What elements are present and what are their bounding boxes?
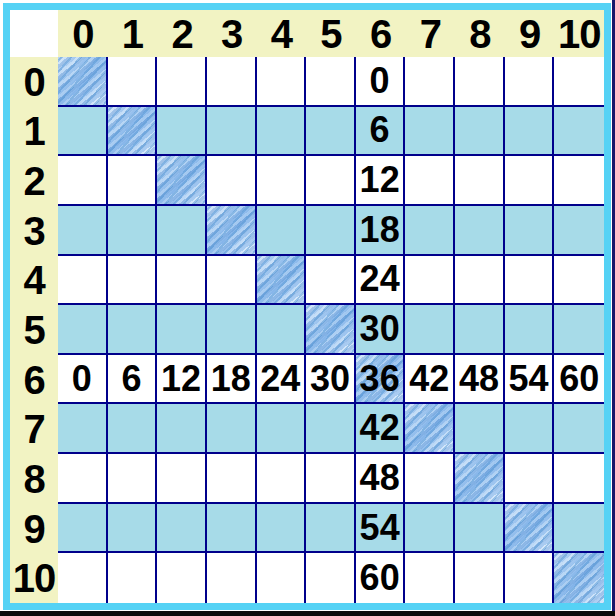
cell-r9-c7	[405, 504, 455, 554]
cell-r2-c8	[455, 156, 505, 206]
row-header-6: 6	[10, 355, 58, 405]
diagonal-scribble-cell-r2-c2	[157, 156, 207, 206]
cell-r3-c10	[554, 206, 604, 256]
diagonal-scribble-cell-r1-c1	[108, 107, 158, 157]
col-header-2: 2	[157, 10, 207, 57]
cell-r5-c6: 30	[356, 305, 406, 355]
cell-r6-c2: 12	[157, 355, 207, 405]
cell-r0-c5	[306, 57, 356, 107]
cell-r7-c10	[554, 404, 604, 454]
cell-r2-c7	[405, 156, 455, 206]
table-frame: 0123456789100016212318424530606121824303…	[3, 3, 611, 610]
cell-r7-c6: 42	[356, 404, 406, 454]
cell-r4-c6: 24	[356, 256, 406, 306]
cell-r3-c8	[455, 206, 505, 256]
row-header-1: 1	[10, 107, 58, 157]
diagonal-scribble-cell-r3-c3	[207, 206, 257, 256]
cell-r2-c9	[505, 156, 555, 206]
diagonal-scribble-cell-r10-c10	[554, 553, 604, 603]
cell-r1-c5	[306, 107, 356, 157]
cell-r2-c4	[257, 156, 307, 206]
cell-r9-c6: 54	[356, 504, 406, 554]
cell-r0-c6: 0	[356, 57, 406, 107]
diagonal-scribble-cell-r9-c9	[505, 504, 555, 554]
cell-r9-c3	[207, 504, 257, 554]
cell-r10-c9	[505, 553, 555, 603]
col-header-9: 9	[505, 10, 555, 57]
cell-r10-c7	[405, 553, 455, 603]
row-header-4: 4	[10, 256, 58, 306]
cell-r3-c5	[306, 206, 356, 256]
cell-r0-c3	[207, 57, 257, 107]
cell-r8-c0	[58, 454, 108, 504]
bottom-edge-bar	[0, 611, 615, 616]
cell-r7-c8	[455, 404, 505, 454]
cell-r3-c7	[405, 206, 455, 256]
cell-r1-c0	[58, 107, 108, 157]
cell-r3-c9	[505, 206, 555, 256]
cell-r5-c10	[554, 305, 604, 355]
row-header-5: 5	[10, 305, 58, 355]
cell-r0-c8	[455, 57, 505, 107]
diagonal-scribble-cell-r0-c0	[58, 57, 108, 107]
cell-r5-c9	[505, 305, 555, 355]
cell-r7-c4	[257, 404, 307, 454]
cell-r8-c3	[207, 454, 257, 504]
col-header-1: 1	[108, 10, 158, 57]
cell-r5-c1	[108, 305, 158, 355]
cell-r4-c3	[207, 256, 257, 306]
cell-r6-c1: 6	[108, 355, 158, 405]
cell-r7-c1	[108, 404, 158, 454]
cell-r7-c5	[306, 404, 356, 454]
row-header-10: 10	[10, 553, 58, 603]
cell-r3-c4	[257, 206, 307, 256]
col-header-7: 7	[405, 10, 455, 57]
row-header-3: 3	[10, 206, 58, 256]
cell-r4-c8	[455, 256, 505, 306]
cell-r4-c9	[505, 256, 555, 306]
cell-r9-c0	[58, 504, 108, 554]
cell-r0-c1	[108, 57, 158, 107]
diagonal-scribble-cell-r7-c7	[405, 404, 455, 454]
row-header-2: 2	[10, 156, 58, 206]
cell-r1-c2	[157, 107, 207, 157]
cell-r5-c2	[157, 305, 207, 355]
cell-r10-c3	[207, 553, 257, 603]
multiplication-grid: 0123456789100016212318424530606121824303…	[10, 10, 604, 603]
cell-r6-c4: 24	[257, 355, 307, 405]
cell-r10-c4	[257, 553, 307, 603]
row-header-7: 7	[10, 404, 58, 454]
cell-r9-c5	[306, 504, 356, 554]
cell-r5-c3	[207, 305, 257, 355]
cell-r6-c8: 48	[455, 355, 505, 405]
cell-r2-c1	[108, 156, 158, 206]
cell-r2-c5	[306, 156, 356, 206]
col-header-5: 5	[306, 10, 356, 57]
cell-r2-c6: 12	[356, 156, 406, 206]
diagonal-scribble-cell-r8-c8	[455, 454, 505, 504]
cell-r8-c4	[257, 454, 307, 504]
cell-r3-c6: 18	[356, 206, 406, 256]
col-header-4: 4	[257, 10, 307, 57]
corner-cell	[10, 10, 58, 57]
cell-r10-c1	[108, 553, 158, 603]
cell-r9-c2	[157, 504, 207, 554]
cell-r8-c6: 48	[356, 454, 406, 504]
cell-r1-c3	[207, 107, 257, 157]
diagonal-scribble-cell-r5-c5	[306, 305, 356, 355]
cell-r5-c0	[58, 305, 108, 355]
cell-r8-c9	[505, 454, 555, 504]
cell-r2-c0	[58, 156, 108, 206]
cell-r7-c0	[58, 404, 108, 454]
col-header-3: 3	[207, 10, 257, 57]
cell-r6-c7: 42	[405, 355, 455, 405]
diagonal-scribble-cell-r6-c6: 36	[356, 355, 406, 405]
cell-r10-c2	[157, 553, 207, 603]
cell-r7-c3	[207, 404, 257, 454]
cell-r1-c10	[554, 107, 604, 157]
col-header-0: 0	[58, 10, 108, 57]
cell-r8-c5	[306, 454, 356, 504]
cell-r7-c9	[505, 404, 555, 454]
cell-r4-c0	[58, 256, 108, 306]
cell-r0-c2	[157, 57, 207, 107]
cell-r0-c4	[257, 57, 307, 107]
cell-r1-c7	[405, 107, 455, 157]
cell-r4-c2	[157, 256, 207, 306]
cell-r5-c7	[405, 305, 455, 355]
cell-r4-c7	[405, 256, 455, 306]
cell-r6-c0: 0	[58, 355, 108, 405]
cell-r6-c9: 54	[505, 355, 555, 405]
cell-r0-c9	[505, 57, 555, 107]
cell-r2-c3	[207, 156, 257, 206]
cell-r1-c4	[257, 107, 307, 157]
cell-r10-c0	[58, 553, 108, 603]
cell-r5-c4	[257, 305, 307, 355]
cell-r9-c1	[108, 504, 158, 554]
cell-r9-c4	[257, 504, 307, 554]
row-header-0: 0	[10, 57, 58, 107]
cell-r1-c9	[505, 107, 555, 157]
cell-r8-c1	[108, 454, 158, 504]
cell-r9-c10	[554, 504, 604, 554]
col-header-10: 10	[554, 10, 604, 57]
cell-r5-c8	[455, 305, 505, 355]
cell-r0-c7	[405, 57, 455, 107]
col-header-6: 6	[356, 10, 406, 57]
row-header-9: 9	[10, 504, 58, 554]
cell-r0-c10	[554, 57, 604, 107]
cell-r4-c10	[554, 256, 604, 306]
cell-r8-c2	[157, 454, 207, 504]
col-header-8: 8	[455, 10, 505, 57]
cell-r1-c6: 6	[356, 107, 406, 157]
cell-r8-c10	[554, 454, 604, 504]
cell-r10-c6: 60	[356, 553, 406, 603]
cell-r7-c2	[157, 404, 207, 454]
cell-r3-c2	[157, 206, 207, 256]
cell-r3-c1	[108, 206, 158, 256]
cell-r10-c8	[455, 553, 505, 603]
cell-r9-c8	[455, 504, 505, 554]
cell-r4-c1	[108, 256, 158, 306]
cell-r6-c10: 60	[554, 355, 604, 405]
cell-r4-c5	[306, 256, 356, 306]
cell-r6-c5: 30	[306, 355, 356, 405]
cell-r8-c7	[405, 454, 455, 504]
cell-r1-c8	[455, 107, 505, 157]
cell-r2-c10	[554, 156, 604, 206]
diagonal-scribble-cell-r4-c4	[257, 256, 307, 306]
cell-r10-c5	[306, 553, 356, 603]
cell-r3-c0	[58, 206, 108, 256]
cell-r6-c3: 18	[207, 355, 257, 405]
row-header-8: 8	[10, 454, 58, 504]
